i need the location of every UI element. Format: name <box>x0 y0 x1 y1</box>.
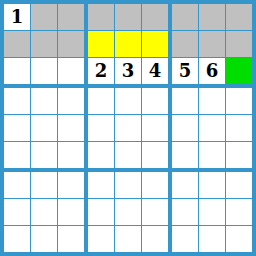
cell-r7c3[interactable] <box>58 172 84 198</box>
cell-r7c6[interactable] <box>142 172 168 198</box>
cell-r4c6[interactable] <box>142 88 168 114</box>
cell-r1c7[interactable] <box>172 4 198 30</box>
cell-r2c1[interactable] <box>4 31 30 57</box>
cell-r9c4[interactable] <box>88 226 114 252</box>
cell-r4c9[interactable] <box>226 88 252 114</box>
cell-r8c1[interactable] <box>4 199 30 225</box>
cell-r9c1[interactable] <box>4 226 30 252</box>
cell-r2c2[interactable] <box>31 31 57 57</box>
cell-r4c1[interactable] <box>4 88 30 114</box>
cell-r5c3[interactable] <box>58 115 84 141</box>
cell-r6c2[interactable] <box>31 142 57 168</box>
cell-r5c4[interactable] <box>88 115 114 141</box>
cell-r5c2[interactable] <box>31 115 57 141</box>
cell-r3c1[interactable] <box>4 58 30 84</box>
cell-r2c6[interactable] <box>142 31 168 57</box>
cell-r3c3[interactable] <box>58 58 84 84</box>
cell-r4c2[interactable] <box>31 88 57 114</box>
cell-r8c4[interactable] <box>88 199 114 225</box>
cell-r7c7[interactable] <box>172 172 198 198</box>
cell-r7c9[interactable] <box>226 172 252 198</box>
cell-r1c6[interactable] <box>142 4 168 30</box>
cell-r3c6[interactable]: 4 <box>142 58 168 84</box>
cell-r6c1[interactable] <box>4 142 30 168</box>
cell-r9c7[interactable] <box>172 226 198 252</box>
cell-r6c4[interactable] <box>88 142 114 168</box>
cell-r3c2[interactable] <box>31 58 57 84</box>
cell-r7c2[interactable] <box>31 172 57 198</box>
cell-r5c8[interactable] <box>199 115 225 141</box>
cell-r1c4[interactable] <box>88 4 114 30</box>
cell-r8c9[interactable] <box>226 199 252 225</box>
cell-r3c4[interactable]: 2 <box>88 58 114 84</box>
cell-r9c8[interactable] <box>199 226 225 252</box>
cell-r7c8[interactable] <box>199 172 225 198</box>
cell-r9c3[interactable] <box>58 226 84 252</box>
cell-r7c1[interactable] <box>4 172 30 198</box>
cell-r1c2[interactable] <box>31 4 57 30</box>
cell-r7c5[interactable] <box>115 172 141 198</box>
cell-r9c5[interactable] <box>115 226 141 252</box>
cell-r4c7[interactable] <box>172 88 198 114</box>
cell-r4c4[interactable] <box>88 88 114 114</box>
cell-r6c8[interactable] <box>199 142 225 168</box>
cell-r3c9[interactable] <box>226 58 252 84</box>
cell-r3c5[interactable]: 3 <box>115 58 141 84</box>
cell-r9c2[interactable] <box>31 226 57 252</box>
cell-r8c7[interactable] <box>172 199 198 225</box>
cell-r7c4[interactable] <box>88 172 114 198</box>
cell-r4c3[interactable] <box>58 88 84 114</box>
cell-r2c5[interactable] <box>115 31 141 57</box>
cell-r2c7[interactable] <box>172 31 198 57</box>
cell-r5c1[interactable] <box>4 115 30 141</box>
cell-r8c2[interactable] <box>31 199 57 225</box>
cell-r1c5[interactable] <box>115 4 141 30</box>
cell-r5c5[interactable] <box>115 115 141 141</box>
cell-r6c7[interactable] <box>172 142 198 168</box>
cell-r4c5[interactable] <box>115 88 141 114</box>
cell-r1c9[interactable] <box>226 4 252 30</box>
cell-r5c9[interactable] <box>226 115 252 141</box>
cell-r4c8[interactable] <box>199 88 225 114</box>
cell-r6c5[interactable] <box>115 142 141 168</box>
cell-r2c8[interactable] <box>199 31 225 57</box>
cell-r8c3[interactable] <box>58 199 84 225</box>
cell-r2c4[interactable] <box>88 31 114 57</box>
cell-r5c6[interactable] <box>142 115 168 141</box>
cell-r8c5[interactable] <box>115 199 141 225</box>
cell-r2c9[interactable] <box>226 31 252 57</box>
cell-r6c6[interactable] <box>142 142 168 168</box>
cell-r6c3[interactable] <box>58 142 84 168</box>
cell-r8c8[interactable] <box>199 199 225 225</box>
cell-r2c3[interactable] <box>58 31 84 57</box>
cell-r1c8[interactable] <box>199 4 225 30</box>
cell-r9c6[interactable] <box>142 226 168 252</box>
cell-r9c9[interactable] <box>226 226 252 252</box>
sudoku-board: 123456 <box>0 0 256 256</box>
cell-r6c9[interactable] <box>226 142 252 168</box>
cell-r1c1[interactable]: 1 <box>4 4 30 30</box>
cell-r1c3[interactable] <box>58 4 84 30</box>
cell-r8c6[interactable] <box>142 199 168 225</box>
cell-r5c7[interactable] <box>172 115 198 141</box>
cell-r3c8[interactable]: 6 <box>199 58 225 84</box>
cell-r3c7[interactable]: 5 <box>172 58 198 84</box>
